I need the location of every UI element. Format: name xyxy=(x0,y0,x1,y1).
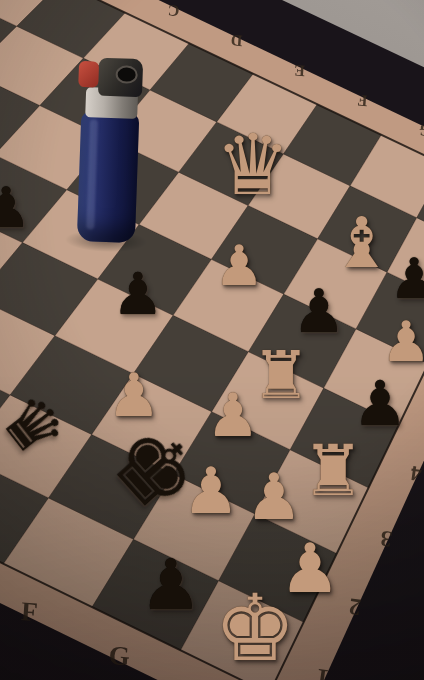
piece-black-pawn-e5[interactable]: ♟ xyxy=(112,265,164,323)
piece-white-pawn-g3[interactable]: ♟ xyxy=(206,385,260,445)
piece-white-pawn-f5[interactable]: ♟ xyxy=(214,238,264,294)
file-label-far-D: D xyxy=(230,32,243,50)
piece-white-rook-h3[interactable]: ♜ xyxy=(302,436,365,506)
piece-black-pawn-c5[interactable]: ♟ xyxy=(0,180,31,236)
file-label-near-G: G xyxy=(108,640,131,671)
piece-black-pawn-h6[interactable]: ♟ xyxy=(389,251,424,307)
piece-white-pawn-h5[interactable]: ♟ xyxy=(381,314,424,370)
lighter-red-button xyxy=(78,61,99,88)
piece-black-pawn-g1[interactable]: ♟ xyxy=(140,550,203,620)
piece-black-pawn-h4[interactable]: ♟ xyxy=(352,373,408,435)
piece-black-pawn-g5[interactable]: ♟ xyxy=(292,281,346,341)
piece-white-pawn-g2[interactable]: ♟ xyxy=(245,465,302,529)
piece-white-pawn-f2[interactable]: ♟ xyxy=(182,459,239,523)
piece-white-bishop-g7[interactable]: ♝ xyxy=(331,208,394,278)
piece-white-rook-g4[interactable]: ♜ xyxy=(251,343,310,409)
file-label-far-F: F xyxy=(357,92,368,110)
piece-white-queen-e7[interactable]: ♛ xyxy=(215,123,290,207)
file-label-far-E: E xyxy=(294,62,306,80)
lighter-sheen xyxy=(86,119,98,229)
lighter-flame-hole xyxy=(117,67,135,82)
lighter[interactable] xyxy=(73,55,146,247)
file-label-near-F: F xyxy=(20,596,39,627)
piece-white-king-h1[interactable]: ♚ xyxy=(214,583,296,675)
file-label-far-C: C xyxy=(167,2,180,20)
lighter-hood xyxy=(98,58,143,98)
chess-board: AABBCCDDEEFFGGHH1122334455667788 xyxy=(0,0,424,680)
chess-photo-scene: AABBCCDDEEFFGGHH1122334455667788 ♛♝♟♟♜♜♟… xyxy=(0,0,424,680)
lighter-body xyxy=(77,111,140,243)
